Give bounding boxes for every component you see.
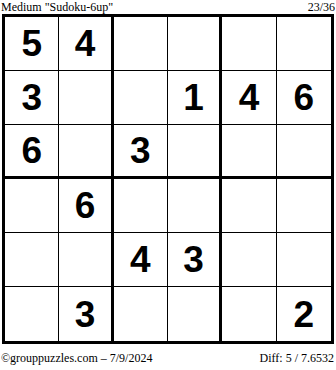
cell-r2c1[interactable]: 3 [5,71,59,125]
difficulty-text: Diff: 5 / 7.6532 [260,352,334,364]
cell-r6c4[interactable] [168,287,222,341]
footer: ©grouppuzzles.com – 7/9/2024 Diff: 5 / 7… [0,344,336,364]
cell-r4c5[interactable] [222,179,276,233]
cell-r2c2[interactable] [59,71,113,125]
cell-r6c3[interactable] [114,287,168,341]
page-title: Medium "Sudoku-6up" [1,1,113,13]
cell-r1c6[interactable] [277,17,331,71]
cell-r1c5[interactable] [222,17,276,71]
cell-r4c6[interactable] [277,179,331,233]
cell-r5c5[interactable] [222,233,276,287]
header: Medium "Sudoku-6up" 23/36 [0,0,336,14]
cell-r1c3[interactable] [114,17,168,71]
cell-r4c3[interactable] [114,179,168,233]
cell-r2c3[interactable] [114,71,168,125]
progress-counter: 23/36 [308,1,335,13]
cell-r6c2[interactable]: 3 [59,287,113,341]
cell-r4c2[interactable]: 6 [59,179,113,233]
sudoku-page: Medium "Sudoku-6up" 23/36 5431466364332 … [0,0,336,370]
cell-r2c5[interactable]: 4 [222,71,276,125]
cell-r3c4[interactable] [168,125,222,179]
cell-r6c5[interactable] [222,287,276,341]
cell-r3c1[interactable]: 6 [5,125,59,179]
copyright-text: ©grouppuzzles.com – 7/9/2024 [1,352,152,364]
cell-r5c2[interactable] [59,233,113,287]
cell-r3c6[interactable] [277,125,331,179]
cell-r4c1[interactable] [5,179,59,233]
cell-r4c4[interactable] [168,179,222,233]
sudoku-board: 5431466364332 [2,14,334,344]
cell-r3c3[interactable]: 3 [114,125,168,179]
cell-r3c5[interactable] [222,125,276,179]
cell-r5c1[interactable] [5,233,59,287]
cell-r1c2[interactable]: 4 [59,17,113,71]
cell-r1c1[interactable]: 5 [5,17,59,71]
cell-r3c2[interactable] [59,125,113,179]
cell-r5c6[interactable] [277,233,331,287]
cell-r6c6[interactable]: 2 [277,287,331,341]
cell-r6c1[interactable] [5,287,59,341]
cell-r5c3[interactable]: 4 [114,233,168,287]
cell-r2c4[interactable]: 1 [168,71,222,125]
cell-r2c6[interactable]: 6 [277,71,331,125]
cell-r1c4[interactable] [168,17,222,71]
cell-r5c4[interactable]: 3 [168,233,222,287]
